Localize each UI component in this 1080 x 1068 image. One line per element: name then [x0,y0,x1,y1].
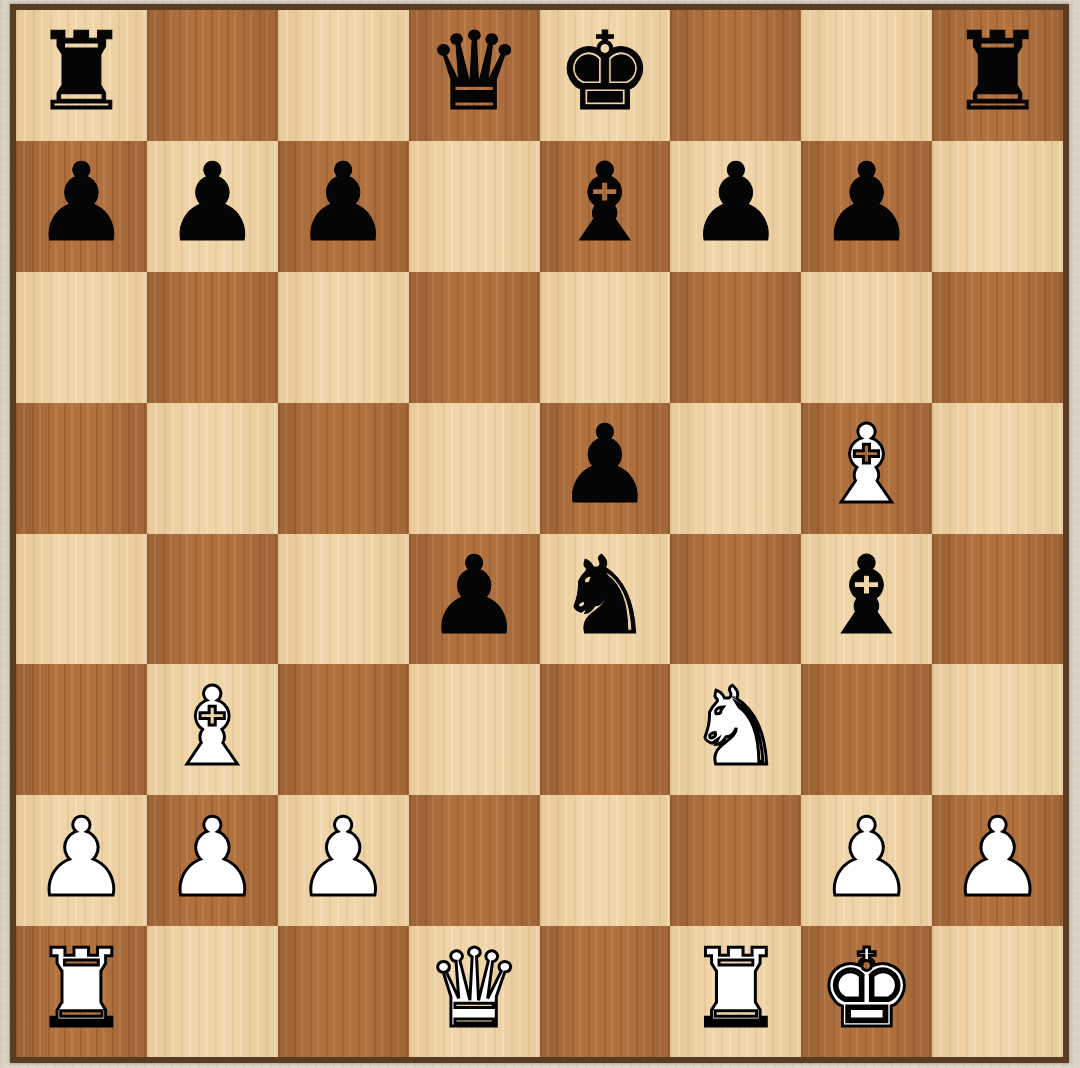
chess-board: ♜♛♚♜♟♟♟♝♟♟♟♝♟♞♝♝♞♟♟♟♟♟♜♛♜♚ [16,10,1063,1057]
square-b5[interactable] [147,403,278,534]
square-a6[interactable] [16,272,147,403]
square-b7[interactable]: ♟ [147,141,278,272]
white-king[interactable]: ♚ [818,935,915,1043]
white-rook[interactable]: ♜ [33,935,130,1043]
black-pawn[interactable]: ♟ [818,149,915,257]
square-a2[interactable]: ♟ [16,795,147,926]
black-pawn[interactable]: ♟ [687,149,784,257]
app-background: { "game": "chess", "position": { "fen": … [0,0,1080,1068]
square-d3[interactable] [409,664,540,795]
square-f2[interactable] [670,795,801,926]
square-a1[interactable]: ♜ [16,926,147,1057]
square-f3[interactable]: ♞ [670,664,801,795]
black-pawn[interactable]: ♟ [164,149,261,257]
square-d7[interactable] [409,141,540,272]
square-e1[interactable] [540,926,671,1057]
black-bishop[interactable]: ♝ [818,542,915,650]
square-g6[interactable] [801,272,932,403]
square-f6[interactable] [670,272,801,403]
white-bishop[interactable]: ♝ [164,673,261,781]
square-d4[interactable]: ♟ [409,534,540,665]
square-a8[interactable]: ♜ [16,10,147,141]
square-d8[interactable]: ♛ [409,10,540,141]
square-c3[interactable] [278,664,409,795]
black-rook[interactable]: ♜ [949,18,1046,126]
square-c2[interactable]: ♟ [278,795,409,926]
white-bishop[interactable]: ♝ [818,411,915,519]
square-h5[interactable] [932,403,1063,534]
white-pawn[interactable]: ♟ [295,804,392,912]
square-b3[interactable]: ♝ [147,664,278,795]
square-h1[interactable] [932,926,1063,1057]
square-g1[interactable]: ♚ [801,926,932,1057]
square-b2[interactable]: ♟ [147,795,278,926]
square-h8[interactable]: ♜ [932,10,1063,141]
white-pawn[interactable]: ♟ [949,804,1046,912]
square-e8[interactable]: ♚ [540,10,671,141]
square-a7[interactable]: ♟ [16,141,147,272]
square-d5[interactable] [409,403,540,534]
square-e2[interactable] [540,795,671,926]
white-pawn[interactable]: ♟ [818,804,915,912]
black-queen[interactable]: ♛ [426,18,523,126]
white-pawn[interactable]: ♟ [164,804,261,912]
white-queen[interactable]: ♛ [426,935,523,1043]
square-b6[interactable] [147,272,278,403]
square-e3[interactable] [540,664,671,795]
black-bishop[interactable]: ♝ [557,149,654,257]
square-c6[interactable] [278,272,409,403]
square-c4[interactable] [278,534,409,665]
square-e6[interactable] [540,272,671,403]
square-f4[interactable] [670,534,801,665]
square-d1[interactable]: ♛ [409,926,540,1057]
square-a3[interactable] [16,664,147,795]
square-g7[interactable]: ♟ [801,141,932,272]
square-c1[interactable] [278,926,409,1057]
square-h4[interactable] [932,534,1063,665]
square-g3[interactable] [801,664,932,795]
white-pawn[interactable]: ♟ [33,804,130,912]
white-knight[interactable]: ♞ [687,673,784,781]
black-pawn[interactable]: ♟ [295,149,392,257]
square-d2[interactable] [409,795,540,926]
square-c5[interactable] [278,403,409,534]
square-f8[interactable] [670,10,801,141]
square-c8[interactable] [278,10,409,141]
black-rook[interactable]: ♜ [33,18,130,126]
square-h6[interactable] [932,272,1063,403]
square-h7[interactable] [932,141,1063,272]
black-pawn[interactable]: ♟ [33,149,130,257]
chess-board-frame: ♜♛♚♜♟♟♟♝♟♟♟♝♟♞♝♝♞♟♟♟♟♟♜♛♜♚ [10,4,1069,1063]
black-pawn[interactable]: ♟ [557,411,654,519]
square-d6[interactable] [409,272,540,403]
square-f5[interactable] [670,403,801,534]
square-h3[interactable] [932,664,1063,795]
white-rook[interactable]: ♜ [687,935,784,1043]
square-h2[interactable]: ♟ [932,795,1063,926]
black-king[interactable]: ♚ [557,18,654,126]
square-b1[interactable] [147,926,278,1057]
black-knight[interactable]: ♞ [557,542,654,650]
square-e7[interactable]: ♝ [540,141,671,272]
square-b8[interactable] [147,10,278,141]
square-e4[interactable]: ♞ [540,534,671,665]
square-g4[interactable]: ♝ [801,534,932,665]
square-e5[interactable]: ♟ [540,403,671,534]
square-f1[interactable]: ♜ [670,926,801,1057]
square-f7[interactable]: ♟ [670,141,801,272]
square-g5[interactable]: ♝ [801,403,932,534]
square-a4[interactable] [16,534,147,665]
black-pawn[interactable]: ♟ [426,542,523,650]
square-b4[interactable] [147,534,278,665]
square-g8[interactable] [801,10,932,141]
square-c7[interactable]: ♟ [278,141,409,272]
square-a5[interactable] [16,403,147,534]
square-g2[interactable]: ♟ [801,795,932,926]
